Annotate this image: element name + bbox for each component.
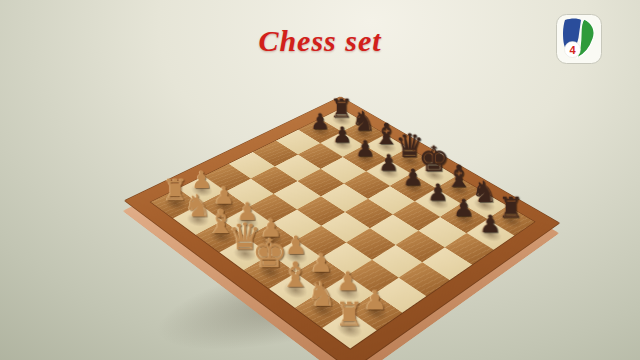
chess-scene: ♜♞♝♛♚♝♞♜♟♟♟♟♟♟♟♟♟♟♟♟♟♟♟♟♜♞♝♛♚♝♞♜ [175,42,516,360]
piece-glyph: ♟ [479,212,501,236]
piece-glyph: ♟ [355,138,375,160]
board-grid: ♜♞♝♛♚♝♞♜♟♟♟♟♟♟♟♟♟♟♟♟♟♟♟♟♜♞♝♛♚♝♞♜ [151,109,534,349]
piece-glyph: ♞ [471,178,497,207]
piece-glyph: ♜ [330,96,353,122]
piece-glyph: ♜ [498,194,524,223]
piece-glyph: ♞ [307,278,337,312]
page: { "title": { "text": "Chess set", "color… [0,0,640,360]
piece-glyph: ♟ [310,111,330,133]
piece-glyph: ♟ [403,166,424,189]
channel-logo: 4 [556,14,602,64]
chessboard: ♜♞♝♛♚♝♞♜♟♟♟♟♟♟♟♟♟♟♟♟♟♟♟♟♜♞♝♛♚♝♞♜ [124,96,561,360]
piece-glyph: ♝ [445,161,473,192]
piece-glyph: ♟ [453,196,474,220]
piece-glyph: ♜ [334,298,364,331]
piece-glyph: ♟ [427,181,448,204]
piece-glyph: ♟ [378,152,398,175]
piece-glyph: ♟ [363,287,387,314]
piece-glyph: ♟ [310,250,333,276]
piece-glyph: ♞ [351,108,375,135]
channel-logo-icon: 4 [556,14,602,64]
piece-glyph: ♟ [336,268,360,294]
logo-badge-number: 4 [569,44,576,56]
piece-glyph: ♟ [332,124,352,146]
